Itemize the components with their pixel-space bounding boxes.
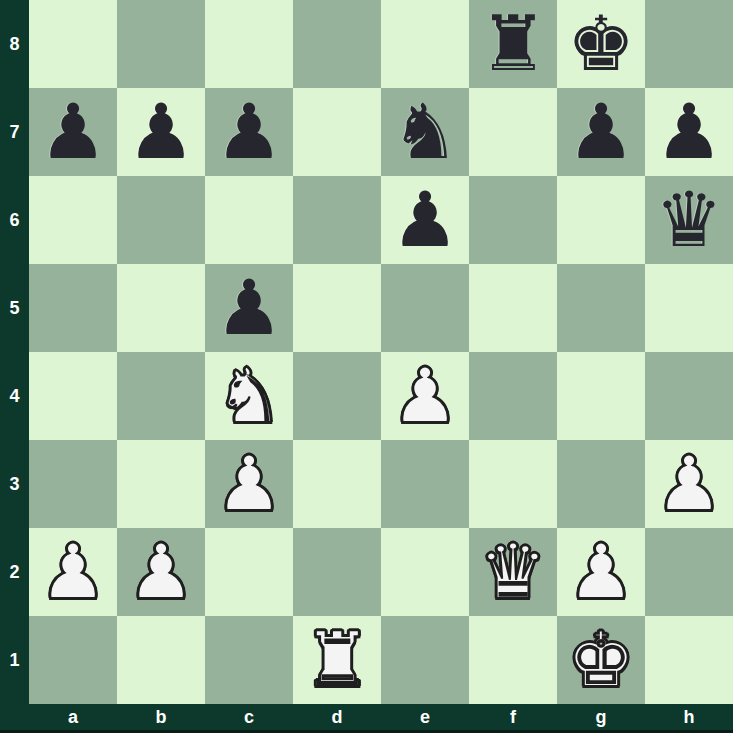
file-label-h: h <box>645 704 733 730</box>
rank-label-2: 2 <box>0 528 29 616</box>
piece-black-pawn-e6[interactable]: ♟ <box>391 176 459 264</box>
square-e8[interactable] <box>381 0 469 88</box>
square-c5[interactable]: ♟ <box>205 264 293 352</box>
square-b1[interactable] <box>117 616 205 704</box>
piece-black-queen-h6[interactable]: ♛ <box>655 176 723 264</box>
square-f5[interactable] <box>469 264 557 352</box>
square-h7[interactable]: ♟ <box>645 88 733 176</box>
square-e6[interactable]: ♟ <box>381 176 469 264</box>
chessboard-panel: 87654321 ♜♚♟♟♟♞♟♟♟♛♟♞♟♟♟♟♟♛♟♜♚ abcdefgh <box>0 0 733 733</box>
square-g6[interactable] <box>557 176 645 264</box>
file-label-c: c <box>205 704 293 730</box>
square-h5[interactable] <box>645 264 733 352</box>
square-c1[interactable] <box>205 616 293 704</box>
file-label-f: f <box>469 704 557 730</box>
square-g4[interactable] <box>557 352 645 440</box>
square-a1[interactable] <box>29 616 117 704</box>
square-b5[interactable] <box>117 264 205 352</box>
square-b3[interactable] <box>117 440 205 528</box>
square-h1[interactable] <box>645 616 733 704</box>
square-h2[interactable] <box>645 528 733 616</box>
piece-white-king-g1[interactable]: ♚ <box>567 616 635 704</box>
square-e5[interactable] <box>381 264 469 352</box>
square-e1[interactable] <box>381 616 469 704</box>
square-f2[interactable]: ♛ <box>469 528 557 616</box>
square-a8[interactable] <box>29 0 117 88</box>
square-d5[interactable] <box>293 264 381 352</box>
square-d2[interactable] <box>293 528 381 616</box>
square-h8[interactable] <box>645 0 733 88</box>
square-e4[interactable]: ♟ <box>381 352 469 440</box>
chess-board[interactable]: ♜♚♟♟♟♞♟♟♟♛♟♞♟♟♟♟♟♛♟♜♚ <box>29 0 733 704</box>
square-a3[interactable] <box>29 440 117 528</box>
square-d8[interactable] <box>293 0 381 88</box>
piece-white-pawn-a2[interactable]: ♟ <box>39 528 107 616</box>
file-label-d: d <box>293 704 381 730</box>
piece-white-knight-c4[interactable]: ♞ <box>215 352 283 440</box>
piece-black-rook-f8[interactable]: ♜ <box>479 0 547 88</box>
square-c4[interactable]: ♞ <box>205 352 293 440</box>
square-h3[interactable]: ♟ <box>645 440 733 528</box>
square-e7[interactable]: ♞ <box>381 88 469 176</box>
square-c7[interactable]: ♟ <box>205 88 293 176</box>
square-g7[interactable]: ♟ <box>557 88 645 176</box>
square-g1[interactable]: ♚ <box>557 616 645 704</box>
square-b4[interactable] <box>117 352 205 440</box>
square-a7[interactable]: ♟ <box>29 88 117 176</box>
rank-label-5: 5 <box>0 264 29 352</box>
piece-black-king-g8[interactable]: ♚ <box>567 0 635 88</box>
piece-white-pawn-e4[interactable]: ♟ <box>391 352 459 440</box>
file-label-b: b <box>117 704 205 730</box>
file-label-e: e <box>381 704 469 730</box>
piece-white-queen-f2[interactable]: ♛ <box>479 528 547 616</box>
rank-label-3: 3 <box>0 440 29 528</box>
square-d4[interactable] <box>293 352 381 440</box>
square-c6[interactable] <box>205 176 293 264</box>
square-e2[interactable] <box>381 528 469 616</box>
piece-white-pawn-g2[interactable]: ♟ <box>567 528 635 616</box>
square-b2[interactable]: ♟ <box>117 528 205 616</box>
piece-black-pawn-c5[interactable]: ♟ <box>215 264 283 352</box>
square-f6[interactable] <box>469 176 557 264</box>
square-d6[interactable] <box>293 176 381 264</box>
square-a5[interactable] <box>29 264 117 352</box>
square-f4[interactable] <box>469 352 557 440</box>
square-g2[interactable]: ♟ <box>557 528 645 616</box>
file-label-g: g <box>557 704 645 730</box>
square-f7[interactable] <box>469 88 557 176</box>
piece-black-knight-e7[interactable]: ♞ <box>391 88 459 176</box>
file-label-a: a <box>29 704 117 730</box>
square-a2[interactable]: ♟ <box>29 528 117 616</box>
rank-label-4: 4 <box>0 352 29 440</box>
piece-black-pawn-c7[interactable]: ♟ <box>215 88 283 176</box>
piece-white-pawn-b2[interactable]: ♟ <box>127 528 195 616</box>
file-labels-rail: abcdefgh <box>0 704 733 733</box>
square-c2[interactable] <box>205 528 293 616</box>
square-f1[interactable] <box>469 616 557 704</box>
square-h4[interactable] <box>645 352 733 440</box>
rank-labels-rail: 87654321 <box>0 0 29 704</box>
square-g5[interactable] <box>557 264 645 352</box>
rank-label-8: 8 <box>0 0 29 88</box>
square-a6[interactable] <box>29 176 117 264</box>
square-h6[interactable]: ♛ <box>645 176 733 264</box>
square-f8[interactable]: ♜ <box>469 0 557 88</box>
square-f3[interactable] <box>469 440 557 528</box>
square-b6[interactable] <box>117 176 205 264</box>
rank-label-1: 1 <box>0 616 29 704</box>
piece-black-pawn-g7[interactable]: ♟ <box>567 88 635 176</box>
square-g3[interactable] <box>557 440 645 528</box>
file-labels: abcdefgh <box>29 704 733 730</box>
rank-label-6: 6 <box>0 176 29 264</box>
square-b7[interactable]: ♟ <box>117 88 205 176</box>
piece-white-pawn-c3[interactable]: ♟ <box>215 440 283 528</box>
square-b8[interactable] <box>117 0 205 88</box>
square-g8[interactable]: ♚ <box>557 0 645 88</box>
square-c8[interactable] <box>205 0 293 88</box>
square-d3[interactable] <box>293 440 381 528</box>
rank-label-7: 7 <box>0 88 29 176</box>
square-a4[interactable] <box>29 352 117 440</box>
piece-black-pawn-h7[interactable]: ♟ <box>655 88 723 176</box>
square-e3[interactable] <box>381 440 469 528</box>
square-d7[interactable] <box>293 88 381 176</box>
square-d1[interactable]: ♜ <box>293 616 381 704</box>
piece-black-pawn-b7[interactable]: ♟ <box>127 88 195 176</box>
piece-white-rook-d1[interactable]: ♜ <box>303 616 371 704</box>
piece-white-pawn-h3[interactable]: ♟ <box>655 440 723 528</box>
piece-black-pawn-a7[interactable]: ♟ <box>39 88 107 176</box>
square-c3[interactable]: ♟ <box>205 440 293 528</box>
